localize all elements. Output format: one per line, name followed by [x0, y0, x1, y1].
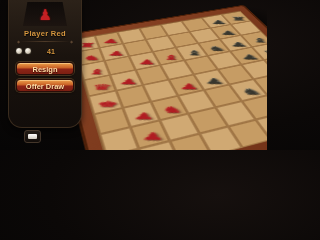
board-frame: ♜♟♟♜♞♟♟♝♟♝♝♞♟♝♛♟♟♛♚♟♟♚♟♞♞♟♟♟♜♟♟♜: [59, 6, 267, 150]
red-bishop[interactable]: ♝: [162, 45, 180, 62]
red-pawn[interactable]: ♟: [137, 50, 155, 67]
resign-button[interactable]: Resign: [16, 62, 74, 75]
black-pawn[interactable]: ♟: [205, 68, 225, 86]
coin-icon: [15, 47, 23, 55]
black-pawn[interactable]: ♟: [241, 45, 259, 62]
black-bishop[interactable]: ♝: [185, 41, 203, 57]
red-pawn[interactable]: ♟: [150, 143, 174, 150]
black-knight[interactable]: ♞: [241, 78, 262, 97]
square-f4[interactable]: [178, 90, 216, 114]
offer-draw-button[interactable]: Offer Draw: [16, 79, 74, 92]
red-pawn[interactable]: ♟: [107, 41, 125, 57]
black-pawn[interactable]: ♟: [266, 73, 267, 92]
player-name: Player Red: [24, 29, 66, 38]
stat-value: 41: [47, 48, 55, 55]
avatar-plate: ♟: [23, 2, 67, 26]
black-queen[interactable]: ♛: [263, 41, 267, 57]
stats-row: 41: [15, 45, 75, 57]
red-pawn[interactable]: ♟: [179, 73, 199, 92]
red-pawn[interactable]: ♟: [141, 121, 164, 143]
square-h3[interactable]: [170, 134, 213, 150]
red-pawn-avatar-icon: ♟: [38, 7, 51, 22]
square-c5[interactable]: ♝: [176, 43, 208, 60]
red-knight[interactable]: ♞: [161, 96, 182, 116]
card-icon: [28, 134, 37, 139]
red-king[interactable]: ♚: [97, 90, 118, 110]
board-grid[interactable]: ♜♟♟♜♞♟♟♝♟♝♝♞♟♝♛♟♟♛♚♟♟♚♟♞♞♟♟♟♜♟♟♜: [70, 11, 267, 150]
red-pawn[interactable]: ♟: [118, 69, 138, 87]
divider: ◆◆: [17, 40, 73, 43]
board-scene: ♜♟♟♜♞♟♟♝♟♝♝♞♟♝♛♟♟♛♚♟♟♚♟♞♞♟♟♟♜♟♟♜: [70, 0, 267, 150]
coin-icon: [24, 47, 32, 55]
black-knight[interactable]: ♞: [208, 37, 226, 53]
snapshot-button[interactable]: [24, 130, 41, 143]
player-panel: ♟ Player Red ◆◆ 41 Resign Offer Draw: [8, 0, 82, 128]
